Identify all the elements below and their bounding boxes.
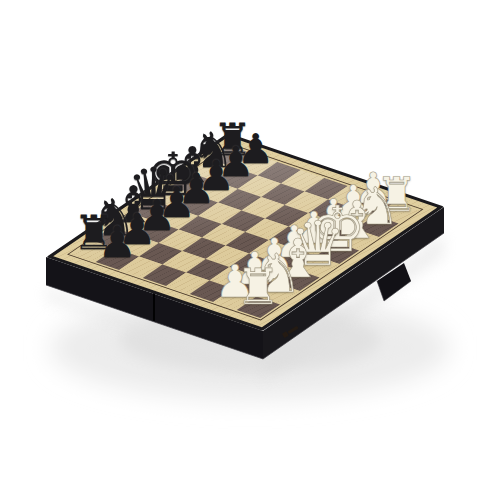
pieces-layer: ♜♞♝♛♚♝♞♜♟♟♟♟♟♟♟♟♟♟♟♟♟♟♟♟♜♞♝♛♚♝♞♜ <box>0 0 490 490</box>
piece-black-pawn-a7[interactable]: ♟ <box>98 221 137 264</box>
product-photo-scene: ♜♞♝♛♚♝♞♜♟♟♟♟♟♟♟♟♟♟♟♟♟♟♟♟♜♞♝♛♚♝♞♜ <box>0 0 490 490</box>
piece-white-rook-a1[interactable]: ♜ <box>236 263 281 313</box>
